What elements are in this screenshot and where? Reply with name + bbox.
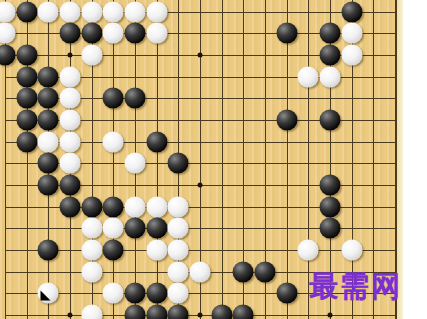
white-stone: [60, 66, 81, 87]
white-stone: [168, 218, 189, 239]
black-stone: [320, 45, 341, 66]
white-stone: [298, 240, 319, 261]
black-stone: [341, 1, 362, 22]
black-stone: [168, 305, 189, 319]
white-stone: [146, 196, 167, 217]
white-stone: [38, 283, 59, 304]
black-stone: [320, 23, 341, 44]
black-stone: [125, 23, 146, 44]
white-stone: [103, 131, 124, 152]
hoshi-point: [198, 53, 203, 58]
white-stone: [168, 196, 189, 217]
watermark: 最需网: [309, 272, 427, 301]
white-stone: [81, 240, 102, 261]
white-stone: [125, 1, 146, 22]
white-stone: [190, 261, 211, 282]
white-stone: [103, 283, 124, 304]
black-stone: [60, 175, 81, 196]
black-stone: [16, 45, 37, 66]
white-stone: [146, 1, 167, 22]
black-stone: [146, 218, 167, 239]
white-stone: [125, 153, 146, 174]
black-stone: [38, 240, 59, 261]
white-stone: [146, 240, 167, 261]
black-stone: [276, 283, 297, 304]
black-stone: [103, 196, 124, 217]
black-stone: [38, 88, 59, 109]
go-game-screenshot: 最需网: [0, 0, 427, 319]
white-stone: [60, 153, 81, 174]
black-stone: [320, 196, 341, 217]
black-stone: [233, 261, 254, 282]
white-stone: [81, 1, 102, 22]
black-stone: [255, 261, 276, 282]
black-stone: [168, 153, 189, 174]
white-stone: [341, 45, 362, 66]
black-stone: [125, 218, 146, 239]
black-stone: [276, 23, 297, 44]
hoshi-point: [68, 53, 73, 58]
white-stone: [81, 218, 102, 239]
black-stone: [81, 23, 102, 44]
black-stone: [38, 66, 59, 87]
white-stone: [125, 196, 146, 217]
black-stone: [81, 196, 102, 217]
black-stone: [146, 131, 167, 152]
black-stone: [125, 283, 146, 304]
white-stone: [320, 66, 341, 87]
black-stone: [276, 110, 297, 131]
black-stone: [60, 23, 81, 44]
white-stone: [81, 45, 102, 66]
white-stone: [168, 240, 189, 261]
white-stone: [168, 261, 189, 282]
hoshi-point: [198, 183, 203, 188]
black-stone: [320, 110, 341, 131]
black-stone: [146, 305, 167, 319]
white-stone: [38, 131, 59, 152]
black-stone: [16, 110, 37, 131]
black-stone: [320, 175, 341, 196]
black-stone: [320, 218, 341, 239]
black-stone: [38, 110, 59, 131]
white-stone: [81, 305, 102, 319]
black-stone: [16, 131, 37, 152]
black-stone: [16, 1, 37, 22]
black-stone: [103, 88, 124, 109]
white-stone: [103, 218, 124, 239]
hoshi-point: [68, 313, 73, 318]
black-stone: [38, 153, 59, 174]
hoshi-point: [328, 313, 333, 318]
white-stone: [60, 1, 81, 22]
white-stone: [103, 1, 124, 22]
black-stone: [125, 305, 146, 319]
white-stone: [146, 23, 167, 44]
white-stone: [60, 131, 81, 152]
black-stone: [125, 88, 146, 109]
black-stone: [60, 196, 81, 217]
hoshi-point: [198, 313, 203, 318]
white-stone: [341, 240, 362, 261]
black-stone: [211, 305, 232, 319]
black-stone: [146, 283, 167, 304]
black-stone: [16, 88, 37, 109]
black-stone: [103, 240, 124, 261]
white-stone: [168, 283, 189, 304]
black-stone: [16, 66, 37, 87]
white-stone: [81, 261, 102, 282]
white-stone: [103, 23, 124, 44]
white-stone: [341, 23, 362, 44]
last-move-marker-icon: [41, 291, 51, 301]
white-stone: [60, 110, 81, 131]
white-stone: [298, 66, 319, 87]
grid-row-13: [5, 250, 397, 251]
black-stone: [38, 175, 59, 196]
black-stone: [233, 305, 254, 319]
white-stone: [60, 88, 81, 109]
white-stone: [38, 1, 59, 22]
